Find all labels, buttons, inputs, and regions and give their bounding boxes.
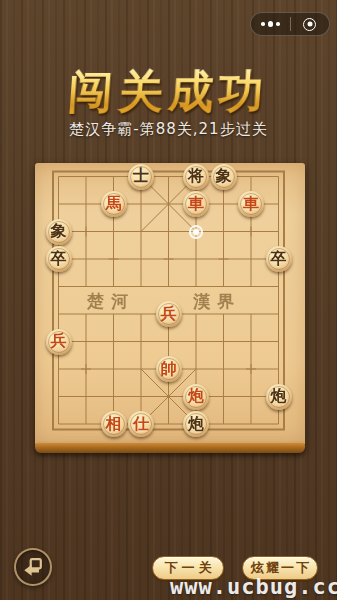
piece-character: 象 (216, 168, 232, 184)
piece-red-相[interactable]: 相 (101, 411, 127, 437)
wechat-capsule (250, 12, 330, 36)
piece-character: 士 (133, 168, 149, 184)
piece-character: 馬 (106, 196, 122, 212)
piece-red-帥[interactable]: 帥 (156, 356, 182, 382)
xiangqi-board[interactable]: 楚河 漢界 士将象馬車車象卒卒兵兵帥炮炮相仕炮 (35, 163, 305, 453)
level-info: 楚汉争霸-第88关,21步过关 (0, 120, 337, 139)
return-arrow-icon (22, 556, 44, 578)
piece-black-卒[interactable]: 卒 (46, 246, 72, 272)
piece-black-炮[interactable]: 炮 (266, 384, 292, 410)
piece-character: 相 (106, 416, 122, 432)
piece-character: 帥 (161, 361, 177, 377)
back-button[interactable] (14, 548, 52, 586)
piece-character: 将 (188, 168, 204, 184)
app-screen: 闯关成功 楚汉争霸-第88关,21步过关 (0, 0, 337, 600)
watermark: www.ucbug.cc (170, 574, 337, 599)
piece-red-車[interactable]: 車 (238, 191, 264, 217)
piece-red-馬[interactable]: 馬 (101, 191, 127, 217)
piece-character: 炮 (271, 388, 287, 404)
river-label-han: 漢界 (193, 290, 241, 313)
board-rim (35, 443, 305, 453)
river-label-chu: 楚河 (87, 290, 135, 313)
piece-red-兵[interactable]: 兵 (46, 329, 72, 355)
close-button[interactable] (291, 13, 330, 35)
piece-black-炮[interactable]: 炮 (183, 411, 209, 437)
more-dots-icon (261, 21, 280, 27)
more-button[interactable] (251, 13, 290, 35)
piece-red-仕[interactable]: 仕 (128, 411, 154, 437)
piece-character: 兵 (161, 306, 177, 322)
close-circle-icon (303, 18, 316, 31)
piece-character: 炮 (188, 416, 204, 432)
piece-black-卒[interactable]: 卒 (266, 246, 292, 272)
piece-character: 卒 (271, 251, 287, 267)
piece-black-象[interactable]: 象 (211, 164, 237, 190)
piece-character: 車 (188, 196, 204, 212)
piece-black-士[interactable]: 士 (128, 164, 154, 190)
piece-black-将[interactable]: 将 (183, 164, 209, 190)
piece-character: 車 (243, 196, 259, 212)
piece-character: 卒 (51, 251, 67, 267)
piece-red-兵[interactable]: 兵 (156, 301, 182, 327)
piece-red-車[interactable]: 車 (183, 191, 209, 217)
page-title: 闯关成功 (0, 62, 337, 122)
piece-character: 兵 (51, 333, 67, 349)
piece-character: 仕 (133, 416, 149, 432)
piece-red-炮[interactable]: 炮 (183, 384, 209, 410)
piece-black-象[interactable]: 象 (46, 219, 72, 245)
piece-character: 炮 (188, 388, 204, 404)
piece-character: 象 (51, 223, 67, 239)
